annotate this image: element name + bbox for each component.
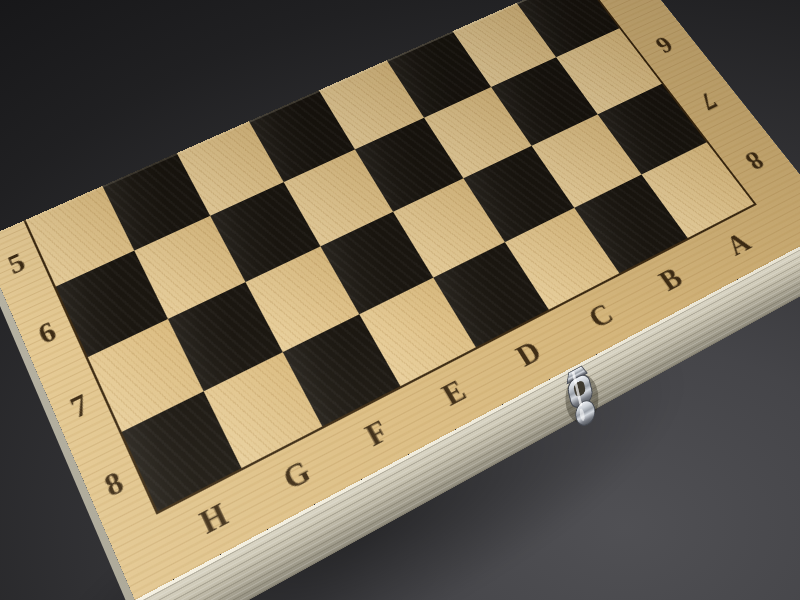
- file-label-H: H: [195, 498, 232, 539]
- rank-label-left-6: 6: [34, 317, 60, 349]
- file-label-G: G: [278, 455, 315, 495]
- file-label-E: E: [437, 375, 471, 411]
- rank-label-left-5: 5: [4, 248, 29, 278]
- rank-label-right-8: 8: [740, 147, 768, 174]
- rank-label-right-7: 7: [695, 88, 722, 114]
- rank-label-right-6: 6: [651, 32, 677, 57]
- file-label-D: D: [511, 336, 546, 371]
- rank-label-right-5: 5: [610, 0, 635, 3]
- rank-label-left-8: 8: [100, 466, 128, 502]
- file-label-A: A: [721, 228, 755, 260]
- rank-label-left-7: 7: [66, 389, 93, 423]
- file-label-F: F: [361, 415, 393, 451]
- file-label-B: B: [654, 263, 687, 296]
- photo-stage: 56785678HGFEDCBA: [0, 0, 800, 600]
- file-label-C: C: [583, 299, 618, 333]
